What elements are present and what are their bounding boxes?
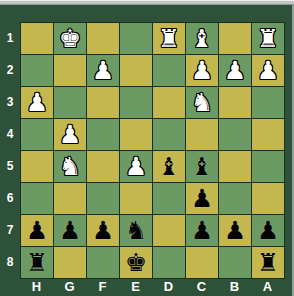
- file-label-b: B: [218, 278, 251, 294]
- piece-black-pawn[interactable]: ♟: [191, 183, 213, 214]
- square-g1[interactable]: ♚: [54, 23, 86, 54]
- square-a7[interactable]: ♟: [252, 215, 284, 246]
- square-h6[interactable]: [21, 183, 53, 214]
- square-h3[interactable]: ♟: [21, 87, 53, 118]
- rank-label-4: 4: [0, 118, 20, 150]
- file-labels: HGFEDCBA: [20, 278, 286, 294]
- piece-white-pawn[interactable]: ♟: [26, 87, 48, 118]
- square-h1[interactable]: [21, 23, 53, 54]
- square-g6[interactable]: [54, 183, 86, 214]
- square-e7[interactable]: ♞: [120, 215, 152, 246]
- file-label-c: C: [185, 278, 218, 294]
- rank-label-2: 2: [0, 54, 20, 86]
- piece-white-pawn[interactable]: ♟: [92, 55, 114, 86]
- square-f4[interactable]: [87, 119, 119, 150]
- piece-black-pawn[interactable]: ♟: [257, 215, 279, 246]
- square-d2[interactable]: [153, 55, 185, 86]
- square-a5[interactable]: [252, 151, 284, 182]
- piece-white-pawn[interactable]: ♟: [125, 151, 147, 182]
- square-e4[interactable]: [120, 119, 152, 150]
- square-d1[interactable]: ♜: [153, 23, 185, 54]
- square-d4[interactable]: [153, 119, 185, 150]
- square-h4[interactable]: [21, 119, 53, 150]
- piece-black-rook[interactable]: ♜: [26, 247, 48, 278]
- piece-black-bishop[interactable]: ♝: [158, 151, 180, 182]
- square-g7[interactable]: ♟: [54, 215, 86, 246]
- piece-black-knight[interactable]: ♞: [125, 215, 147, 246]
- rank-label-3: 3: [0, 86, 20, 118]
- square-b5[interactable]: [219, 151, 251, 182]
- square-e6[interactable]: [120, 183, 152, 214]
- square-f8[interactable]: [87, 247, 119, 278]
- rank-labels: 12345678: [0, 22, 20, 278]
- square-b7[interactable]: ♟: [219, 215, 251, 246]
- piece-black-rook[interactable]: ♜: [257, 247, 279, 278]
- piece-white-knight[interactable]: ♞: [59, 151, 81, 182]
- square-c2[interactable]: ♟: [186, 55, 218, 86]
- square-h7[interactable]: ♟: [21, 215, 53, 246]
- window-top-edge: [0, 0, 294, 5]
- piece-black-pawn[interactable]: ♟: [26, 215, 48, 246]
- square-c6[interactable]: ♟: [186, 183, 218, 214]
- square-b3[interactable]: [219, 87, 251, 118]
- square-d8[interactable]: [153, 247, 185, 278]
- piece-black-pawn[interactable]: ♟: [92, 215, 114, 246]
- chess-app-window: 12345678 ♚♜♝♜♟♟♟♟♟♞♟♞♟♝♝♟♟♟♟♞♟♟♟♜♚♜ HGFE…: [0, 0, 294, 296]
- square-a1[interactable]: ♜: [252, 23, 284, 54]
- square-c4[interactable]: [186, 119, 218, 150]
- piece-black-pawn[interactable]: ♟: [191, 215, 213, 246]
- piece-black-pawn[interactable]: ♟: [59, 215, 81, 246]
- file-label-e: E: [119, 278, 152, 294]
- rank-label-7: 7: [0, 214, 20, 246]
- square-e1[interactable]: [120, 23, 152, 54]
- file-label-h: H: [20, 278, 53, 294]
- file-label-a: A: [251, 278, 284, 294]
- square-d6[interactable]: [153, 183, 185, 214]
- rank-label-1: 1: [0, 22, 20, 54]
- square-a3[interactable]: [252, 87, 284, 118]
- square-a2[interactable]: ♟: [252, 55, 284, 86]
- square-b2[interactable]: ♟: [219, 55, 251, 86]
- square-d3[interactable]: [153, 87, 185, 118]
- square-g4[interactable]: ♟: [54, 119, 86, 150]
- square-e2[interactable]: [120, 55, 152, 86]
- square-e8[interactable]: ♚: [120, 247, 152, 278]
- piece-white-rook[interactable]: ♜: [158, 23, 180, 54]
- piece-white-king[interactable]: ♚: [59, 23, 81, 54]
- square-c5[interactable]: ♝: [186, 151, 218, 182]
- square-f2[interactable]: ♟: [87, 55, 119, 86]
- square-b4[interactable]: [219, 119, 251, 150]
- file-label-g: G: [53, 278, 86, 294]
- chess-board[interactable]: ♚♜♝♜♟♟♟♟♟♞♟♞♟♝♝♟♟♟♟♞♟♟♟♜♚♜: [20, 22, 285, 279]
- piece-black-king[interactable]: ♚: [125, 247, 147, 278]
- square-e3[interactable]: [120, 87, 152, 118]
- square-g5[interactable]: ♞: [54, 151, 86, 182]
- square-e5[interactable]: ♟: [120, 151, 152, 182]
- rank-label-5: 5: [0, 150, 20, 182]
- square-f1[interactable]: [87, 23, 119, 54]
- square-a6[interactable]: [252, 183, 284, 214]
- square-d5[interactable]: ♝: [153, 151, 185, 182]
- square-f5[interactable]: [87, 151, 119, 182]
- square-g3[interactable]: [54, 87, 86, 118]
- square-c8[interactable]: [186, 247, 218, 278]
- square-a4[interactable]: [252, 119, 284, 150]
- square-c3[interactable]: ♞: [186, 87, 218, 118]
- square-d7[interactable]: [153, 215, 185, 246]
- square-c7[interactable]: ♟: [186, 215, 218, 246]
- piece-white-pawn[interactable]: ♟: [257, 55, 279, 86]
- square-h8[interactable]: ♜: [21, 247, 53, 278]
- piece-white-bishop[interactable]: ♝: [191, 23, 213, 54]
- rank-label-6: 6: [0, 182, 20, 214]
- piece-white-rook[interactable]: ♜: [257, 23, 279, 54]
- piece-black-bishop[interactable]: ♝: [191, 151, 213, 182]
- piece-black-pawn[interactable]: ♟: [224, 215, 246, 246]
- square-c1[interactable]: ♝: [186, 23, 218, 54]
- square-h5[interactable]: [21, 151, 53, 182]
- square-g8[interactable]: [54, 247, 86, 278]
- piece-white-pawn[interactable]: ♟: [224, 55, 246, 86]
- square-h2[interactable]: [21, 55, 53, 86]
- square-b1[interactable]: [219, 23, 251, 54]
- square-a8[interactable]: ♜: [252, 247, 284, 278]
- square-b8[interactable]: [219, 247, 251, 278]
- square-g2[interactable]: [54, 55, 86, 86]
- square-f3[interactable]: [87, 87, 119, 118]
- square-b6[interactable]: [219, 183, 251, 214]
- file-label-d: D: [152, 278, 185, 294]
- piece-white-pawn[interactable]: ♟: [59, 119, 81, 150]
- rank-label-8: 8: [0, 246, 20, 278]
- piece-white-knight[interactable]: ♞: [191, 87, 213, 118]
- square-f7[interactable]: ♟: [87, 215, 119, 246]
- piece-white-pawn[interactable]: ♟: [191, 55, 213, 86]
- square-f6[interactable]: [87, 183, 119, 214]
- window-right-edge: [292, 5, 294, 296]
- file-label-f: F: [86, 278, 119, 294]
